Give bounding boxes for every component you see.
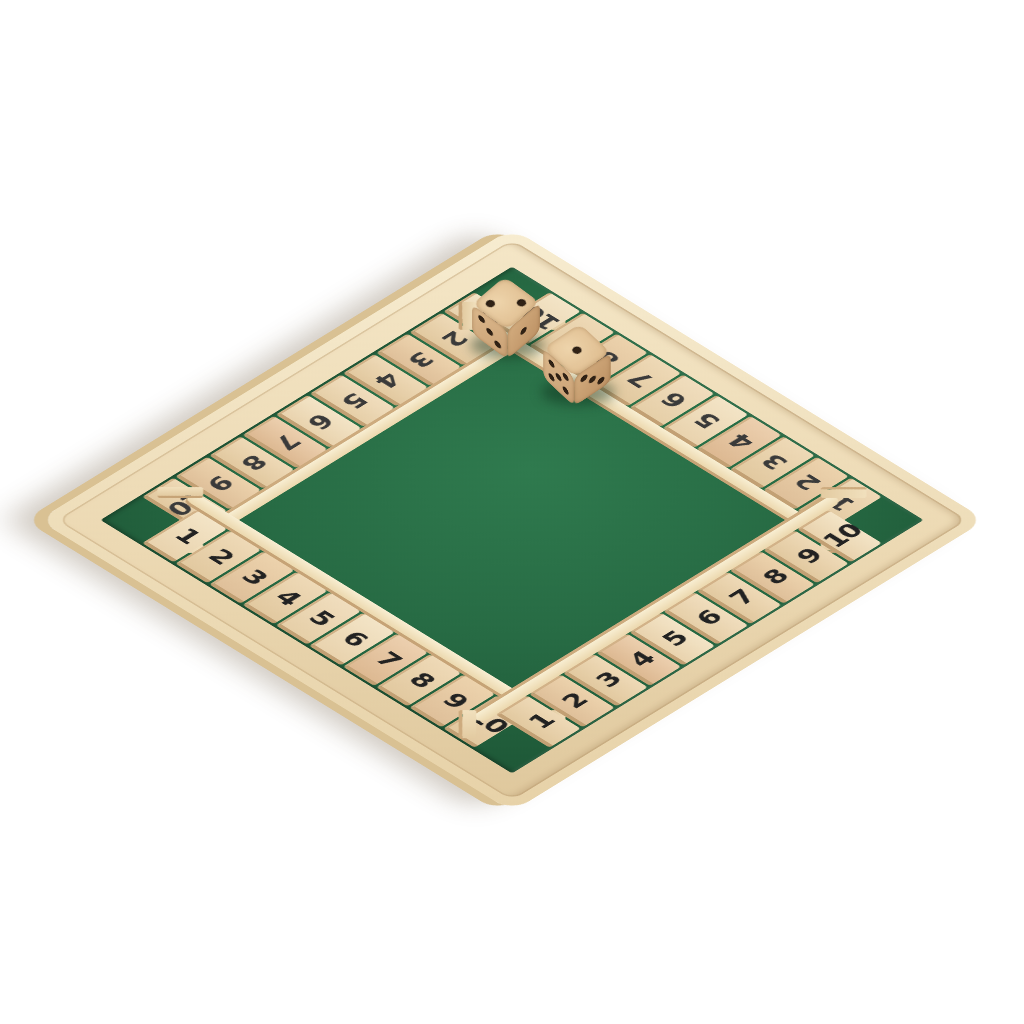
tile-number: 8 <box>404 669 440 691</box>
tile-number: 4 <box>370 369 406 391</box>
tile-number: 5 <box>303 607 339 629</box>
tile-number: 3 <box>237 566 273 588</box>
die-pip <box>549 372 555 383</box>
tile-number: 5 <box>337 389 373 411</box>
tile-number: 4 <box>270 586 306 608</box>
tile-number: 3 <box>757 451 793 473</box>
die-pip <box>515 298 528 308</box>
rail-wedge <box>821 487 867 498</box>
tile-number: 5 <box>657 628 693 650</box>
die-pip <box>589 374 596 384</box>
die-pip <box>563 372 569 383</box>
tile-number: 1 <box>523 710 559 732</box>
tile-number: 9 <box>791 545 827 567</box>
tile-number: 6 <box>657 389 693 411</box>
tile-number: 1 <box>170 525 206 547</box>
die-2-cube <box>559 338 596 392</box>
tile-number: 9 <box>437 689 473 711</box>
die-pip <box>597 376 604 386</box>
tile-number: 6 <box>337 628 373 650</box>
die-pip <box>581 373 588 383</box>
tile-number: 2 <box>203 545 239 567</box>
tile-number: 7 <box>724 586 760 608</box>
tile-number: 7 <box>370 648 406 670</box>
tile-number: 2 <box>557 689 593 711</box>
die-pip <box>484 299 497 309</box>
die-pip <box>520 326 526 337</box>
tile-number: 7 <box>270 431 306 453</box>
tile-number: 8 <box>237 451 273 473</box>
die-pip <box>478 314 485 324</box>
die-pip <box>486 327 493 337</box>
tile-number: 6 <box>303 410 339 432</box>
die-1-cube <box>490 289 523 346</box>
tile-number: 3 <box>404 348 440 370</box>
tile-number: 2 <box>437 328 473 350</box>
product-photo-stage: 12345678910 10987654321 12345678910 1098… <box>0 0 1024 1024</box>
tile-number: 4 <box>624 648 660 670</box>
rail-wedge <box>458 710 476 738</box>
tile-number: 5 <box>690 410 726 432</box>
die-pip <box>494 339 501 349</box>
die-pip <box>549 358 555 369</box>
die-pip <box>571 345 584 355</box>
tile-number: 9 <box>203 472 239 494</box>
die-pip <box>563 385 569 396</box>
tile-number: 8 <box>757 566 793 588</box>
die-pip <box>556 372 562 383</box>
tile-number: 3 <box>590 669 626 691</box>
tile-number: 6 <box>690 607 726 629</box>
tile-number: 7 <box>624 369 660 391</box>
tile-number: 4 <box>724 431 760 453</box>
rail-wedge <box>157 487 203 498</box>
